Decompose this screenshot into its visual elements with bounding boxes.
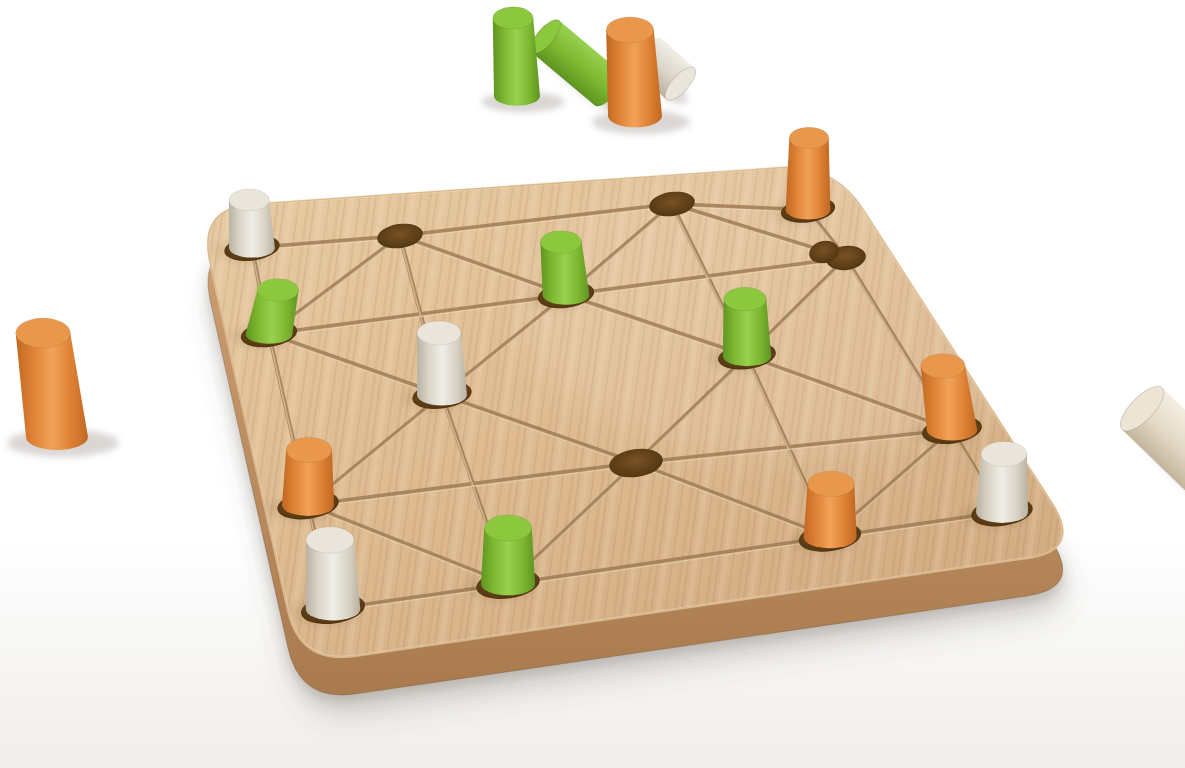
peg-white-r4c4[interactable]	[976, 441, 1028, 523]
peg-orange-r3c0-top-face	[286, 437, 332, 462]
peg-green-r4c1[interactable]	[481, 515, 535, 595]
peg-green-r1c2[interactable]	[540, 231, 589, 305]
peg-green-r2c3[interactable]	[723, 287, 771, 366]
loose-peg-left-orange-standing-top-face	[16, 318, 71, 348]
peg-orange-r4c3-top-face	[808, 471, 855, 497]
loose-peg-top-green-standing-top-face	[493, 7, 533, 29]
peg-white-r4c4-top-face	[981, 441, 1027, 466]
peg-orange-r0c4-body	[786, 138, 831, 219]
scene	[0, 0, 1185, 768]
loose-peg-top-green-standing[interactable]	[493, 7, 540, 106]
loose-peg-top-orange-standing-body	[606, 30, 662, 127]
peg-white-r4c0-top-face	[306, 527, 354, 553]
loose-peg-top-green-standing-body	[493, 18, 540, 106]
peg-orange-r3c4-top-face	[921, 354, 965, 378]
peg-orange-r4c3[interactable]	[803, 471, 856, 548]
loose-peg-top-orange-standing[interactable]	[606, 17, 662, 127]
peg-green-r4c1-top-face	[484, 515, 532, 541]
peg-white-r2c1-top-face	[417, 321, 461, 345]
peg-white-r2c1[interactable]	[417, 321, 467, 406]
loose-peg-top-orange-standing-top-face	[606, 17, 654, 43]
screenshot-board-game-photo	[0, 0, 1185, 768]
peg-green-r1c2-top-face	[540, 231, 581, 254]
peg-green-r1c0-top-face	[257, 279, 298, 302]
peg-white-r0c0-top-face	[229, 189, 269, 211]
peg-orange-r0c4-top-face	[789, 127, 828, 149]
peg-white-r4c0[interactable]	[306, 527, 361, 621]
peg-orange-r0c4[interactable]	[786, 127, 831, 219]
peg-white-r0c0[interactable]	[229, 189, 275, 258]
peg-orange-r3c0[interactable]	[282, 437, 334, 516]
peg-green-r2c3-top-face	[724, 287, 767, 310]
